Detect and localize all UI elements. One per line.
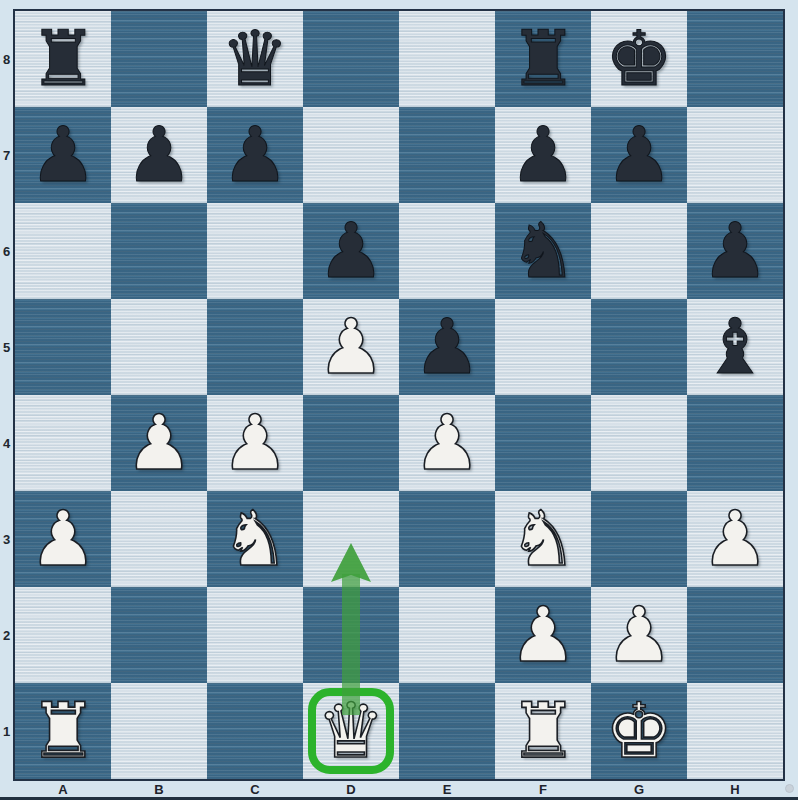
square-a1[interactable]: ♜ (15, 683, 111, 779)
white-rook[interactable]: ♜ (509, 693, 577, 769)
white-pawn[interactable]: ♟ (29, 501, 97, 577)
black-rook[interactable]: ♜ (29, 21, 97, 97)
square-f7[interactable]: ♟ (495, 107, 591, 203)
square-e5[interactable]: ♟ (399, 299, 495, 395)
file-label-g: G (591, 782, 687, 797)
square-e8[interactable] (399, 11, 495, 107)
white-pawn[interactable]: ♟ (701, 501, 769, 577)
chess-diagram: 87654321 ♜♛♜♚♟♟♟♟♟♟♞♟♟♟♝♟♟♟♟♞♞♟♟♟♜♛♜♚ AB… (0, 0, 798, 800)
black-queen[interactable]: ♛ (221, 21, 289, 97)
white-knight[interactable]: ♞ (509, 501, 577, 577)
black-pawn[interactable]: ♟ (701, 213, 769, 289)
square-b3[interactable] (111, 491, 207, 587)
black-pawn[interactable]: ♟ (125, 117, 193, 193)
rank-label-5: 5 (0, 299, 13, 395)
square-f8[interactable]: ♜ (495, 11, 591, 107)
square-c1[interactable] (207, 683, 303, 779)
square-d6[interactable]: ♟ (303, 203, 399, 299)
black-rook[interactable]: ♜ (509, 21, 577, 97)
square-g4[interactable] (591, 395, 687, 491)
square-f3[interactable]: ♞ (495, 491, 591, 587)
square-f4[interactable] (495, 395, 591, 491)
rank-label-8: 8 (0, 11, 13, 107)
square-a6[interactable] (15, 203, 111, 299)
square-d7[interactable] (303, 107, 399, 203)
square-e6[interactable] (399, 203, 495, 299)
file-label-h: H (687, 782, 783, 797)
corner-dot-icon (785, 784, 794, 793)
square-h7[interactable] (687, 107, 783, 203)
chess-board[interactable]: ♜♛♜♚♟♟♟♟♟♟♞♟♟♟♝♟♟♟♟♞♞♟♟♟♜♛♜♚ (13, 9, 785, 781)
square-h2[interactable] (687, 587, 783, 683)
square-d3[interactable] (303, 491, 399, 587)
rank-label-6: 6 (0, 203, 13, 299)
square-h1[interactable] (687, 683, 783, 779)
square-e3[interactable] (399, 491, 495, 587)
square-h4[interactable] (687, 395, 783, 491)
black-pawn[interactable]: ♟ (221, 117, 289, 193)
square-f2[interactable]: ♟ (495, 587, 591, 683)
square-d4[interactable] (303, 395, 399, 491)
rank-label-4: 4 (0, 395, 13, 491)
square-b7[interactable]: ♟ (111, 107, 207, 203)
square-g5[interactable] (591, 299, 687, 395)
square-a7[interactable]: ♟ (15, 107, 111, 203)
black-knight[interactable]: ♞ (509, 213, 577, 289)
square-g1[interactable]: ♚ (591, 683, 687, 779)
rank-label-1: 1 (0, 683, 13, 779)
square-b4[interactable]: ♟ (111, 395, 207, 491)
square-e7[interactable] (399, 107, 495, 203)
file-label-b: B (111, 782, 207, 797)
square-c4[interactable]: ♟ (207, 395, 303, 491)
white-knight[interactable]: ♞ (221, 501, 289, 577)
white-pawn[interactable]: ♟ (125, 405, 193, 481)
square-h3[interactable]: ♟ (687, 491, 783, 587)
rank-label-7: 7 (0, 107, 13, 203)
square-f5[interactable] (495, 299, 591, 395)
black-bishop[interactable]: ♝ (701, 309, 769, 385)
square-e4[interactable]: ♟ (399, 395, 495, 491)
square-g7[interactable]: ♟ (591, 107, 687, 203)
square-a8[interactable]: ♜ (15, 11, 111, 107)
square-a5[interactable] (15, 299, 111, 395)
square-e2[interactable] (399, 587, 495, 683)
square-g2[interactable]: ♟ (591, 587, 687, 683)
white-rook[interactable]: ♜ (29, 693, 97, 769)
square-b1[interactable] (111, 683, 207, 779)
black-pawn[interactable]: ♟ (605, 117, 673, 193)
white-king[interactable]: ♚ (605, 693, 673, 769)
square-c7[interactable]: ♟ (207, 107, 303, 203)
file-label-a: A (15, 782, 111, 797)
square-h8[interactable] (687, 11, 783, 107)
square-h6[interactable]: ♟ (687, 203, 783, 299)
square-b5[interactable] (111, 299, 207, 395)
white-pawn[interactable]: ♟ (413, 405, 481, 481)
black-pawn[interactable]: ♟ (413, 309, 481, 385)
square-f1[interactable]: ♜ (495, 683, 591, 779)
file-label-e: E (399, 782, 495, 797)
square-c2[interactable] (207, 587, 303, 683)
square-a3[interactable]: ♟ (15, 491, 111, 587)
rank-label-3: 3 (0, 491, 13, 587)
square-b2[interactable] (111, 587, 207, 683)
square-c6[interactable] (207, 203, 303, 299)
square-d1[interactable]: ♛ (303, 683, 399, 779)
white-pawn[interactable]: ♟ (509, 597, 577, 673)
square-g8[interactable]: ♚ (591, 11, 687, 107)
black-pawn[interactable]: ♟ (509, 117, 577, 193)
square-f6[interactable]: ♞ (495, 203, 591, 299)
file-label-c: C (207, 782, 303, 797)
black-pawn[interactable]: ♟ (317, 213, 385, 289)
file-labels: ABCDEFGH (15, 782, 783, 797)
square-g6[interactable] (591, 203, 687, 299)
white-pawn[interactable]: ♟ (317, 309, 385, 385)
file-label-f: F (495, 782, 591, 797)
square-c5[interactable] (207, 299, 303, 395)
square-h5[interactable]: ♝ (687, 299, 783, 395)
file-label-d: D (303, 782, 399, 797)
white-queen[interactable]: ♛ (317, 693, 385, 769)
square-d5[interactable]: ♟ (303, 299, 399, 395)
white-pawn[interactable]: ♟ (605, 597, 673, 673)
square-a4[interactable] (15, 395, 111, 491)
square-e1[interactable] (399, 683, 495, 779)
rank-labels: 87654321 (0, 11, 13, 779)
square-c3[interactable]: ♞ (207, 491, 303, 587)
square-d2[interactable] (303, 587, 399, 683)
black-pawn[interactable]: ♟ (29, 117, 97, 193)
square-a2[interactable] (15, 587, 111, 683)
black-king[interactable]: ♚ (605, 21, 673, 97)
square-g3[interactable] (591, 491, 687, 587)
square-b6[interactable] (111, 203, 207, 299)
square-c8[interactable]: ♛ (207, 11, 303, 107)
white-pawn[interactable]: ♟ (221, 405, 289, 481)
square-b8[interactable] (111, 11, 207, 107)
square-d8[interactable] (303, 11, 399, 107)
rank-label-2: 2 (0, 587, 13, 683)
